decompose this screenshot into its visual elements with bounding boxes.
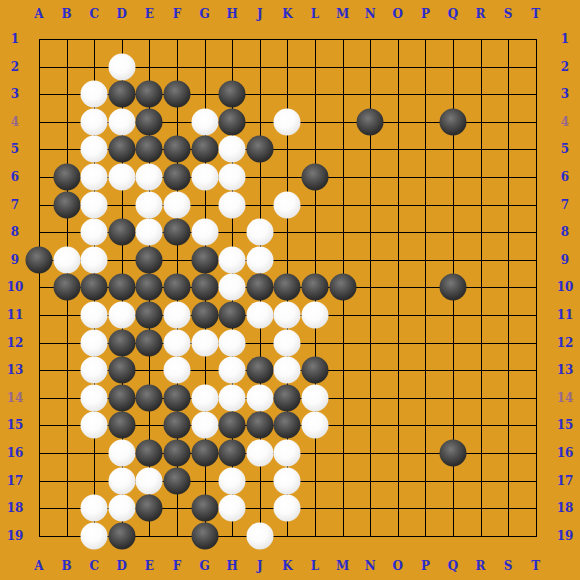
stone-white: [108, 108, 135, 135]
stone-black: [246, 136, 273, 163]
stone-white: [81, 164, 108, 191]
coord-label-left: 5: [11, 143, 19, 155]
stone-white: [108, 440, 135, 467]
coord-label-right: 8: [561, 226, 569, 238]
stone-black: [136, 136, 163, 163]
coord-label-bottom: O: [393, 560, 403, 572]
stone-white: [81, 384, 108, 411]
coord-label-bottom: F: [173, 560, 182, 572]
stone-black: [136, 329, 163, 356]
stone-white: [219, 357, 246, 384]
stone-black: [274, 274, 301, 301]
stone-white: [219, 246, 246, 273]
coord-label-right: 2: [561, 61, 569, 73]
coord-label-left: 18: [7, 502, 24, 514]
coord-label-bottom: R: [476, 560, 486, 572]
coord-label-top: D: [117, 8, 127, 20]
coord-label-top: Q: [448, 8, 458, 20]
coord-label-top: B: [62, 8, 72, 20]
stone-white: [302, 302, 329, 329]
stone-black: [164, 412, 191, 439]
stone-white: [219, 136, 246, 163]
coord-label-bottom: J: [257, 560, 263, 572]
stone-white: [219, 384, 246, 411]
stone-white: [219, 191, 246, 218]
stone-black: [108, 219, 135, 246]
stone-white: [274, 108, 301, 135]
stone-black: [219, 412, 246, 439]
stone-white: [136, 164, 163, 191]
stone-black: [136, 81, 163, 108]
stone-white: [274, 302, 301, 329]
coord-label-left: 2: [11, 61, 19, 73]
stone-white: [81, 219, 108, 246]
stone-black: [108, 384, 135, 411]
stone-white: [219, 495, 246, 522]
stone-black: [329, 274, 356, 301]
stone-white: [246, 302, 273, 329]
coord-label-top: A: [34, 8, 43, 20]
coord-label-left: 14: [7, 392, 24, 404]
stone-white: [81, 329, 108, 356]
stone-black: [108, 522, 135, 549]
coord-label-bottom: P: [421, 560, 430, 572]
coord-label-left: 13: [7, 364, 24, 376]
stone-black: [108, 81, 135, 108]
stone-black: [26, 246, 53, 273]
coord-label-right: 19: [557, 530, 574, 542]
stone-white: [81, 357, 108, 384]
coord-label-right: 13: [557, 364, 574, 376]
stone-black: [191, 522, 218, 549]
coord-label-left: 7: [11, 199, 19, 211]
coord-label-left: 12: [7, 337, 24, 349]
coord-label-top: N: [365, 8, 376, 20]
coord-label-bottom: S: [504, 560, 513, 572]
stone-white: [136, 191, 163, 218]
coord-label-top: P: [421, 8, 430, 20]
coord-label-bottom: H: [227, 560, 238, 572]
coord-label-right: 5: [561, 143, 569, 155]
stone-black: [136, 108, 163, 135]
stone-white: [53, 246, 80, 273]
stone-white: [81, 246, 108, 273]
coord-label-right: 9: [561, 254, 569, 266]
stone-black: [164, 384, 191, 411]
coord-label-left: 8: [11, 226, 19, 238]
grid-line: [398, 39, 399, 537]
stone-white: [108, 495, 135, 522]
coord-label-bottom: M: [336, 560, 349, 572]
stone-white: [81, 522, 108, 549]
stone-black: [136, 384, 163, 411]
stone-black: [219, 108, 246, 135]
coord-label-top: C: [89, 8, 99, 20]
stone-white: [108, 302, 135, 329]
stone-white: [274, 357, 301, 384]
stone-white: [81, 495, 108, 522]
stone-white: [164, 357, 191, 384]
stone-white: [136, 467, 163, 494]
stone-white: [274, 191, 301, 218]
coord-label-right: 18: [557, 502, 574, 514]
stone-black: [164, 274, 191, 301]
stone-white: [164, 329, 191, 356]
stone-white: [164, 302, 191, 329]
coord-label-left: 11: [7, 309, 24, 321]
coord-label-top: T: [531, 8, 540, 20]
coord-label-bottom: N: [365, 560, 376, 572]
coord-label-right: 3: [561, 88, 569, 100]
stone-white: [191, 164, 218, 191]
stone-white: [219, 467, 246, 494]
stone-white: [274, 329, 301, 356]
coord-label-bottom: E: [145, 560, 154, 572]
stone-black: [164, 440, 191, 467]
stone-black: [191, 274, 218, 301]
coord-label-bottom: K: [282, 560, 292, 572]
coord-label-left: 19: [7, 530, 24, 542]
stone-black: [219, 81, 246, 108]
coord-label-right: 4: [561, 116, 569, 128]
stone-black: [136, 246, 163, 273]
grid-line: [536, 39, 537, 537]
stone-black: [53, 191, 80, 218]
coord-label-left: 10: [7, 281, 24, 293]
stone-white: [191, 412, 218, 439]
stone-black: [302, 164, 329, 191]
coord-label-top: S: [504, 8, 513, 20]
stone-white: [108, 467, 135, 494]
coord-label-bottom: L: [311, 560, 319, 572]
stone-white: [246, 440, 273, 467]
coord-label-left: 17: [7, 475, 24, 487]
stone-white: [246, 384, 273, 411]
stone-black: [440, 440, 467, 467]
stone-white: [219, 274, 246, 301]
stone-black: [440, 274, 467, 301]
coord-label-top: M: [336, 8, 349, 20]
grid-line: [481, 39, 482, 537]
coord-label-right: 16: [557, 447, 574, 459]
stone-white: [136, 219, 163, 246]
coord-label-top: F: [173, 8, 182, 20]
stone-black: [246, 412, 273, 439]
coord-label-top: H: [227, 8, 238, 20]
coord-label-right: 14: [557, 392, 574, 404]
coord-label-bottom: T: [531, 560, 540, 572]
coord-label-top: O: [393, 8, 403, 20]
stone-white: [219, 164, 246, 191]
coord-label-left: 6: [11, 171, 19, 183]
stone-white: [164, 191, 191, 218]
stone-black: [274, 412, 301, 439]
coord-label-bottom: D: [117, 560, 127, 572]
stone-black: [246, 274, 273, 301]
stone-white: [108, 53, 135, 80]
coord-label-left: 1: [11, 33, 19, 45]
stone-white: [274, 440, 301, 467]
stone-white: [302, 412, 329, 439]
stone-black: [164, 164, 191, 191]
coord-label-right: 17: [557, 475, 574, 487]
stone-black: [53, 164, 80, 191]
coord-label-left: 4: [11, 116, 19, 128]
stone-white: [81, 81, 108, 108]
coord-label-left: 16: [7, 447, 24, 459]
coord-label-bottom: Q: [448, 560, 458, 572]
stone-black: [191, 136, 218, 163]
stone-white: [191, 384, 218, 411]
stone-black: [440, 108, 467, 135]
stone-black: [108, 412, 135, 439]
go-board-app: AA11BB22CC33DD44EE55FF66GG77HH88JJ99KK10…: [0, 0, 580, 580]
coord-label-right: 15: [557, 419, 574, 431]
stone-black: [108, 136, 135, 163]
stone-white: [191, 219, 218, 246]
stone-black: [219, 440, 246, 467]
stone-black: [81, 274, 108, 301]
coord-label-top: R: [476, 8, 486, 20]
coord-label-right: 12: [557, 337, 574, 349]
stone-black: [191, 495, 218, 522]
coord-label-right: 11: [557, 309, 574, 321]
stone-white: [108, 164, 135, 191]
stone-white: [246, 246, 273, 273]
stone-black: [302, 357, 329, 384]
coord-label-right: 6: [561, 171, 569, 183]
coord-label-bottom: A: [34, 560, 43, 572]
stone-white: [274, 467, 301, 494]
stone-white: [246, 219, 273, 246]
stone-black: [219, 302, 246, 329]
coord-label-top: L: [311, 8, 319, 20]
stone-black: [357, 108, 384, 135]
stone-white: [246, 522, 273, 549]
stone-black: [191, 440, 218, 467]
stone-black: [108, 274, 135, 301]
stone-white: [81, 191, 108, 218]
stone-white: [81, 412, 108, 439]
coord-label-right: 10: [557, 281, 574, 293]
stone-white: [274, 495, 301, 522]
stone-black: [164, 136, 191, 163]
stone-white: [191, 329, 218, 356]
stone-black: [108, 329, 135, 356]
stone-black: [136, 495, 163, 522]
stone-black: [136, 274, 163, 301]
stone-black: [191, 302, 218, 329]
coord-label-top: K: [282, 8, 292, 20]
coord-label-top: G: [199, 8, 209, 20]
stone-black: [136, 302, 163, 329]
stone-white: [81, 108, 108, 135]
stone-black: [191, 246, 218, 273]
stone-black: [164, 219, 191, 246]
stone-white: [81, 136, 108, 163]
grid-line: [425, 39, 426, 537]
coord-label-right: 7: [561, 199, 569, 211]
stone-black: [53, 274, 80, 301]
stone-white: [302, 384, 329, 411]
stone-white: [81, 302, 108, 329]
stone-black: [164, 467, 191, 494]
stone-black: [302, 274, 329, 301]
coord-label-bottom: C: [89, 560, 99, 572]
stone-black: [246, 357, 273, 384]
stone-white: [219, 329, 246, 356]
coord-label-left: 3: [11, 88, 19, 100]
stone-black: [136, 440, 163, 467]
stone-black: [164, 81, 191, 108]
stone-white: [191, 108, 218, 135]
coord-label-right: 1: [561, 33, 569, 45]
grid-line: [508, 39, 509, 537]
stone-black: [274, 384, 301, 411]
coord-label-left: 9: [11, 254, 19, 266]
coord-label-top: J: [257, 8, 263, 20]
stone-black: [108, 357, 135, 384]
coord-label-top: E: [145, 8, 154, 20]
coord-label-left: 15: [7, 419, 24, 431]
coord-label-bottom: G: [199, 560, 209, 572]
coord-label-bottom: B: [62, 560, 72, 572]
